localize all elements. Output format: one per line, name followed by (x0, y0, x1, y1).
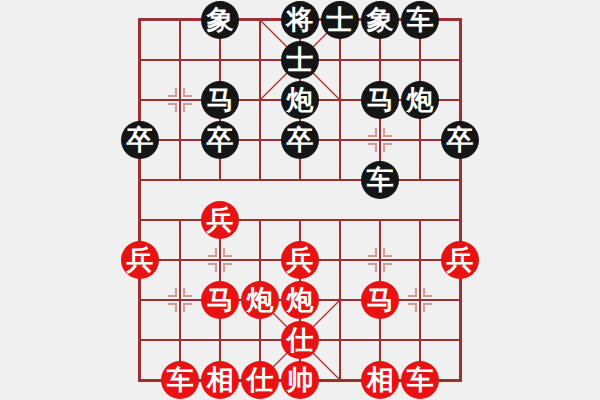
xiangqi-board[interactable]: 象将士象车士马炮马炮卒卒卒卒车兵兵兵兵马炮炮马仕车相仕帅相车 (120, 0, 480, 400)
piece-black-king[interactable]: 将 (281, 1, 319, 39)
piece-red-cannon[interactable]: 炮 (281, 281, 319, 319)
piece-black-elephant[interactable]: 象 (361, 1, 399, 39)
piece-black-horse[interactable]: 马 (201, 81, 239, 119)
piece-red-elephant[interactable]: 相 (361, 361, 399, 399)
piece-black-cannon[interactable]: 炮 (281, 81, 319, 119)
piece-black-soldier[interactable]: 卒 (281, 121, 319, 159)
piece-black-soldier[interactable]: 卒 (201, 121, 239, 159)
piece-red-cannon[interactable]: 炮 (241, 281, 279, 319)
piece-red-king[interactable]: 帅 (281, 361, 319, 399)
piece-black-advisor[interactable]: 士 (281, 41, 319, 79)
piece-red-soldier[interactable]: 兵 (441, 241, 479, 279)
piece-red-soldier[interactable]: 兵 (201, 201, 239, 239)
piece-red-advisor[interactable]: 仕 (281, 321, 319, 359)
piece-red-elephant[interactable]: 相 (201, 361, 239, 399)
piece-black-soldier[interactable]: 卒 (441, 121, 479, 159)
piece-red-horse[interactable]: 马 (201, 281, 239, 319)
piece-red-chariot[interactable]: 车 (401, 361, 439, 399)
piece-red-soldier[interactable]: 兵 (121, 241, 159, 279)
piece-red-soldier[interactable]: 兵 (281, 241, 319, 279)
piece-black-chariot[interactable]: 车 (401, 1, 439, 39)
piece-black-soldier[interactable]: 卒 (121, 121, 159, 159)
piece-red-advisor[interactable]: 仕 (241, 361, 279, 399)
piece-black-horse[interactable]: 马 (361, 81, 399, 119)
piece-black-elephant[interactable]: 象 (201, 1, 239, 39)
piece-black-chariot[interactable]: 车 (361, 161, 399, 199)
piece-black-advisor[interactable]: 士 (321, 1, 359, 39)
piece-red-horse[interactable]: 马 (361, 281, 399, 319)
piece-red-chariot[interactable]: 车 (161, 361, 199, 399)
piece-black-cannon[interactable]: 炮 (401, 81, 439, 119)
xiangqi-app: 象将士象车士马炮马炮卒卒卒卒车兵兵兵兵马炮炮马仕车相仕帅相车 (0, 0, 600, 400)
